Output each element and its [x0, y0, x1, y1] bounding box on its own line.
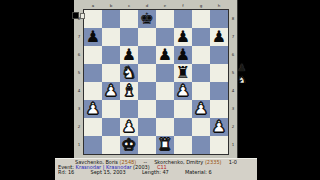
rank-label-left-3: 3 — [77, 105, 82, 114]
square-a4[interactable] — [84, 82, 102, 100]
chess-board-panel: ♚♟♟♟♟♟♟♞♜♟♝♟♟♟♟♟♚♜ aabbccddeeffgghh88776… — [74, 0, 238, 158]
round-number: Rd: 16 — [58, 170, 74, 176]
square-b1[interactable] — [102, 136, 120, 154]
square-f7[interactable]: ♟ — [174, 28, 192, 46]
square-d6[interactable] — [138, 46, 156, 64]
square-c6[interactable]: ♟ — [120, 46, 138, 64]
rank-label-right-8: 8 — [231, 15, 236, 24]
square-f2[interactable] — [174, 118, 192, 136]
square-b5[interactable] — [102, 64, 120, 82]
rank-label-left-6: 6 — [77, 51, 82, 60]
piece-white-P-c2: ♟ — [120, 118, 138, 136]
rank-label-left-1: 1 — [77, 141, 82, 150]
square-g2[interactable] — [192, 118, 210, 136]
rank-label-right-3: 3 — [231, 105, 236, 114]
square-a3[interactable]: ♟ — [84, 100, 102, 118]
chess-board[interactable]: ♚♟♟♟♟♟♟♞♜♟♝♟♟♟♟♟♚♜ — [84, 10, 228, 154]
square-b7[interactable] — [102, 28, 120, 46]
piece-black-K-d8: ♚ — [138, 10, 156, 28]
game-info-panel: Savchenko, Boris (2548) -- Skorchenko, D… — [55, 158, 257, 180]
rank-label-right-5: 5 — [231, 69, 236, 78]
square-e1[interactable]: ♜ — [156, 136, 174, 154]
square-h4[interactable] — [210, 82, 228, 100]
piece-white-P-b4: ♟ — [102, 82, 120, 100]
square-f1[interactable] — [174, 136, 192, 154]
square-h7[interactable]: ♟ — [210, 28, 228, 46]
square-d4[interactable] — [138, 82, 156, 100]
square-c4[interactable]: ♝ — [120, 82, 138, 100]
square-a2[interactable] — [84, 118, 102, 136]
square-h6[interactable] — [210, 46, 228, 64]
tray-black-P-icon: ♟ — [236, 62, 248, 74]
black-to-move-indicator — [72, 12, 79, 19]
square-g8[interactable] — [192, 10, 210, 28]
rank-label-right-1: 1 — [231, 141, 236, 150]
piece-white-R-e1: ♜ — [156, 136, 174, 154]
square-d5[interactable] — [138, 64, 156, 82]
tray-white-N-icon: ♞ — [236, 74, 248, 86]
square-e8[interactable] — [156, 10, 174, 28]
piece-white-P-h2: ♟ — [210, 118, 228, 136]
square-f8[interactable] — [174, 10, 192, 28]
square-g7[interactable] — [192, 28, 210, 46]
square-g5[interactable] — [192, 64, 210, 82]
file-label-top-c: c — [125, 3, 134, 8]
square-d2[interactable] — [138, 118, 156, 136]
square-h2[interactable]: ♟ — [210, 118, 228, 136]
material-balance: Material: 6 — [185, 170, 212, 176]
piece-black-P-f7: ♟ — [174, 28, 192, 46]
square-e7[interactable] — [156, 28, 174, 46]
file-label-top-h: h — [215, 3, 224, 8]
square-b4[interactable]: ♟ — [102, 82, 120, 100]
rank-label-left-4: 4 — [77, 87, 82, 96]
square-a1[interactable] — [84, 136, 102, 154]
square-c1[interactable]: ♚ — [120, 136, 138, 154]
piece-white-N-c5: ♞ — [120, 64, 138, 82]
file-label-top-e: e — [161, 3, 170, 8]
square-g4[interactable] — [192, 82, 210, 100]
square-d3[interactable] — [138, 100, 156, 118]
piece-black-P-e6: ♟ — [156, 46, 174, 64]
square-a6[interactable] — [84, 46, 102, 64]
square-e5[interactable] — [156, 64, 174, 82]
square-c3[interactable] — [120, 100, 138, 118]
rank-label-right-7: 7 — [231, 33, 236, 42]
square-f4[interactable]: ♟ — [174, 82, 192, 100]
piece-black-P-c6: ♟ — [120, 46, 138, 64]
game-length: Length: 47 — [142, 170, 169, 176]
square-a7[interactable]: ♟ — [84, 28, 102, 46]
piece-white-P-a3: ♟ — [84, 100, 102, 118]
square-b8[interactable] — [102, 10, 120, 28]
square-c2[interactable]: ♟ — [120, 118, 138, 136]
piece-white-P-f4: ♟ — [174, 82, 192, 100]
game-date: Sept 15, 2003 — [90, 170, 125, 176]
square-h1[interactable] — [210, 136, 228, 154]
square-h3[interactable] — [210, 100, 228, 118]
piece-black-P-a7: ♟ — [84, 28, 102, 46]
square-b3[interactable] — [102, 100, 120, 118]
screenshot-stage: ♚♟♟♟♟♟♟♞♜♟♝♟♟♟♟♟♚♜ aabbccddeeffgghh88776… — [0, 0, 320, 180]
piece-black-P-h7: ♟ — [210, 28, 228, 46]
square-c5[interactable]: ♞ — [120, 64, 138, 82]
rank-label-right-2: 2 — [231, 123, 236, 132]
square-e4[interactable] — [156, 82, 174, 100]
square-b6[interactable] — [102, 46, 120, 64]
square-b2[interactable] — [102, 118, 120, 136]
rank-label-right-4: 4 — [231, 87, 236, 96]
file-label-top-b: b — [107, 3, 116, 8]
square-h5[interactable] — [210, 64, 228, 82]
file-label-top-d: d — [143, 3, 152, 8]
piece-white-P-g3: ♟ — [192, 100, 210, 118]
piece-white-B-c4: ♝ — [120, 82, 138, 100]
square-f6[interactable]: ♟ — [174, 46, 192, 64]
rank-label-left-7: 7 — [77, 33, 82, 42]
square-e2[interactable] — [156, 118, 174, 136]
rank-label-left-2: 2 — [77, 123, 82, 132]
details-line: Rd: 16 Sept 15, 2003 Length: 47 Material… — [58, 170, 258, 175]
piece-black-R-f5: ♜ — [174, 64, 192, 82]
square-c7[interactable] — [120, 28, 138, 46]
square-f3[interactable] — [174, 100, 192, 118]
square-g3[interactable]: ♟ — [192, 100, 210, 118]
square-e6[interactable]: ♟ — [156, 46, 174, 64]
square-e3[interactable] — [156, 100, 174, 118]
square-g6[interactable] — [192, 46, 210, 64]
piece-white-K-c1: ♚ — [120, 136, 138, 154]
file-label-top-a: a — [89, 3, 98, 8]
square-d8[interactable]: ♚ — [138, 10, 156, 28]
file-label-top-f: f — [179, 3, 188, 8]
rank-label-left-5: 5 — [77, 69, 82, 78]
square-d1[interactable] — [138, 136, 156, 154]
file-label-top-g: g — [197, 3, 206, 8]
square-h8[interactable] — [210, 10, 228, 28]
white-square-indicator — [80, 13, 85, 19]
square-c8[interactable] — [120, 10, 138, 28]
square-f5[interactable]: ♜ — [174, 64, 192, 82]
rank-label-right-6: 6 — [231, 51, 236, 60]
square-a8[interactable] — [84, 10, 102, 28]
square-g1[interactable] — [192, 136, 210, 154]
material-tray: ♟♞ — [236, 62, 248, 86]
square-d7[interactable] — [138, 28, 156, 46]
piece-black-P-f6: ♟ — [174, 46, 192, 64]
square-a5[interactable] — [84, 64, 102, 82]
